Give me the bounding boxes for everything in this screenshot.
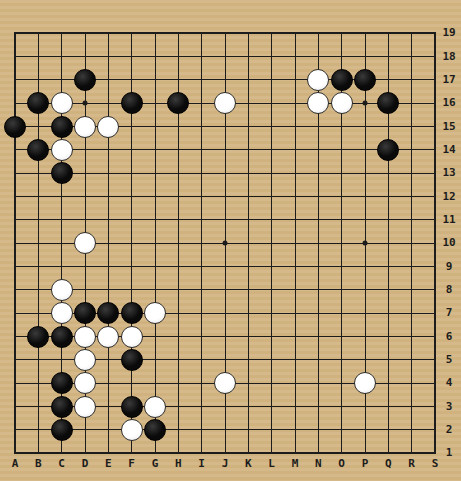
board-cell-O15[interactable] (330, 115, 353, 138)
board-cell-N7[interactable] (307, 302, 330, 325)
board-cell-Q17[interactable] (377, 68, 400, 91)
board-cell-G14[interactable] (143, 138, 166, 161)
board-cell-D8[interactable] (73, 278, 96, 301)
board-cell-J12[interactable] (213, 185, 236, 208)
board-cell-B19[interactable] (27, 22, 50, 45)
board-cell-L14[interactable] (260, 138, 283, 161)
board-cell-A3[interactable] (3, 395, 26, 418)
board-cell-D12[interactable] (73, 185, 96, 208)
board-cell-L16[interactable] (260, 92, 283, 115)
board-cell-G9[interactable] (143, 255, 166, 278)
board-cell-L17[interactable] (260, 68, 283, 91)
board-cell-O4[interactable] (330, 372, 353, 395)
board-cell-O17[interactable] (330, 68, 353, 91)
board-cell-F12[interactable] (120, 185, 143, 208)
board-cell-M17[interactable] (283, 68, 306, 91)
board-cell-Q14[interactable] (377, 138, 400, 161)
board-cell-E17[interactable] (97, 68, 120, 91)
board-cell-I15[interactable] (190, 115, 213, 138)
board-cell-O5[interactable] (330, 348, 353, 371)
board-cell-K11[interactable] (237, 208, 260, 231)
board-cell-A11[interactable] (3, 208, 26, 231)
board-cell-K8[interactable] (237, 278, 260, 301)
board-cell-L5[interactable] (260, 348, 283, 371)
board-cell-R4[interactable] (400, 372, 423, 395)
board-cell-B13[interactable] (27, 162, 50, 185)
board-cell-B5[interactable] (27, 348, 50, 371)
board-cell-A16[interactable] (3, 92, 26, 115)
board-cell-R6[interactable] (400, 325, 423, 348)
board-cell-F2[interactable] (120, 418, 143, 441)
board-cell-P10[interactable] (353, 232, 376, 255)
board-cell-B9[interactable] (27, 255, 50, 278)
board-cell-M16[interactable] (283, 92, 306, 115)
board-cell-O13[interactable] (330, 162, 353, 185)
board-cell-H6[interactable] (167, 325, 190, 348)
board-cell-P12[interactable] (353, 185, 376, 208)
board-cell-M19[interactable] (283, 22, 306, 45)
board-cell-J4[interactable] (213, 372, 236, 395)
board-cell-Q12[interactable] (377, 185, 400, 208)
board-cell-L10[interactable] (260, 232, 283, 255)
board-cell-E19[interactable] (97, 22, 120, 45)
board-cell-C9[interactable] (50, 255, 73, 278)
board-cell-N4[interactable] (307, 372, 330, 395)
board-cell-J13[interactable] (213, 162, 236, 185)
board-cell-O7[interactable] (330, 302, 353, 325)
board-cell-R14[interactable] (400, 138, 423, 161)
board-cell-E16[interactable] (97, 92, 120, 115)
board-cell-N5[interactable] (307, 348, 330, 371)
board-cell-G12[interactable] (143, 185, 166, 208)
board-cell-N19[interactable] (307, 22, 330, 45)
board-cell-Q6[interactable] (377, 325, 400, 348)
board-cell-D17[interactable] (73, 68, 96, 91)
board-cell-O6[interactable] (330, 325, 353, 348)
board-cell-M11[interactable] (283, 208, 306, 231)
board-cell-D2[interactable] (73, 418, 96, 441)
board-cell-K19[interactable] (237, 22, 260, 45)
board-cell-I6[interactable] (190, 325, 213, 348)
board-cell-Q15[interactable] (377, 115, 400, 138)
board-cell-Q3[interactable] (377, 395, 400, 418)
board-cell-C3[interactable] (50, 395, 73, 418)
board-cell-G2[interactable] (143, 418, 166, 441)
board-cell-J14[interactable] (213, 138, 236, 161)
board-cell-D9[interactable] (73, 255, 96, 278)
board-cell-R8[interactable] (400, 278, 423, 301)
board-cell-G6[interactable] (143, 325, 166, 348)
board-cell-M7[interactable] (283, 302, 306, 325)
board-cell-A10[interactable] (3, 232, 26, 255)
board-cell-M2[interactable] (283, 418, 306, 441)
board-cell-H4[interactable] (167, 372, 190, 395)
board-cell-G8[interactable] (143, 278, 166, 301)
board-cell-N2[interactable] (307, 418, 330, 441)
board-cell-M4[interactable] (283, 372, 306, 395)
board-cell-P13[interactable] (353, 162, 376, 185)
board-cell-G5[interactable] (143, 348, 166, 371)
board-cell-N12[interactable] (307, 185, 330, 208)
board-cell-N3[interactable] (307, 395, 330, 418)
board-cell-Q4[interactable] (377, 372, 400, 395)
board-cell-H11[interactable] (167, 208, 190, 231)
board-cell-R2[interactable] (400, 418, 423, 441)
board-cell-R12[interactable] (400, 185, 423, 208)
board-cell-Q16[interactable] (377, 92, 400, 115)
board-cell-D7[interactable] (73, 302, 96, 325)
board-cell-K4[interactable] (237, 372, 260, 395)
board-cell-I8[interactable] (190, 278, 213, 301)
board-cell-K16[interactable] (237, 92, 260, 115)
board-cell-C6[interactable] (50, 325, 73, 348)
board-cell-N10[interactable] (307, 232, 330, 255)
board-cell-O16[interactable] (330, 92, 353, 115)
board-cell-P15[interactable] (353, 115, 376, 138)
board-cell-D3[interactable] (73, 395, 96, 418)
board-cell-M14[interactable] (283, 138, 306, 161)
board-cell-A7[interactable] (3, 302, 26, 325)
board-cell-F11[interactable] (120, 208, 143, 231)
board-cell-C17[interactable] (50, 68, 73, 91)
board-cell-P4[interactable] (353, 372, 376, 395)
board-cell-K12[interactable] (237, 185, 260, 208)
board-cell-Q8[interactable] (377, 278, 400, 301)
board-cell-I12[interactable] (190, 185, 213, 208)
board-cell-K15[interactable] (237, 115, 260, 138)
board-cell-R11[interactable] (400, 208, 423, 231)
board-cell-L15[interactable] (260, 115, 283, 138)
board-cell-D15[interactable] (73, 115, 96, 138)
board-cell-R16[interactable] (400, 92, 423, 115)
board-cell-I9[interactable] (190, 255, 213, 278)
board-cell-B6[interactable] (27, 325, 50, 348)
board-cell-M12[interactable] (283, 185, 306, 208)
board-cell-E4[interactable] (97, 372, 120, 395)
board-cell-O11[interactable] (330, 208, 353, 231)
board-cell-A18[interactable] (3, 45, 26, 68)
board-cell-C13[interactable] (50, 162, 73, 185)
board-cell-G10[interactable] (143, 232, 166, 255)
board-cell-R3[interactable] (400, 395, 423, 418)
board-cell-R15[interactable] (400, 115, 423, 138)
board-cell-F10[interactable] (120, 232, 143, 255)
board-cell-L13[interactable] (260, 162, 283, 185)
board-cell-I14[interactable] (190, 138, 213, 161)
board-cell-L6[interactable] (260, 325, 283, 348)
board-cell-P18[interactable] (353, 45, 376, 68)
board-cell-B18[interactable] (27, 45, 50, 68)
board-cell-R18[interactable] (400, 45, 423, 68)
board-cell-J6[interactable] (213, 325, 236, 348)
board-cell-G7[interactable] (143, 302, 166, 325)
board-cell-R13[interactable] (400, 162, 423, 185)
board-cell-M5[interactable] (283, 348, 306, 371)
board-cell-O2[interactable] (330, 418, 353, 441)
board-cell-E2[interactable] (97, 418, 120, 441)
board-cell-J15[interactable] (213, 115, 236, 138)
board-cell-F15[interactable] (120, 115, 143, 138)
board-cell-F4[interactable] (120, 372, 143, 395)
board-cell-B17[interactable] (27, 68, 50, 91)
board-cell-P6[interactable] (353, 325, 376, 348)
board-cell-I5[interactable] (190, 348, 213, 371)
board-cell-A6[interactable] (3, 325, 26, 348)
board-cell-D18[interactable] (73, 45, 96, 68)
board-cell-M15[interactable] (283, 115, 306, 138)
board-cell-E13[interactable] (97, 162, 120, 185)
board-cell-L12[interactable] (260, 185, 283, 208)
board-cell-P2[interactable] (353, 418, 376, 441)
board-cell-D13[interactable] (73, 162, 96, 185)
board-cell-I10[interactable] (190, 232, 213, 255)
board-cell-B4[interactable] (27, 372, 50, 395)
board-cell-E15[interactable] (97, 115, 120, 138)
board-cell-G17[interactable] (143, 68, 166, 91)
board-cell-O9[interactable] (330, 255, 353, 278)
board-cell-N15[interactable] (307, 115, 330, 138)
board-cell-L9[interactable] (260, 255, 283, 278)
board-cell-M6[interactable] (283, 325, 306, 348)
board-cell-C12[interactable] (50, 185, 73, 208)
board-cell-I13[interactable] (190, 162, 213, 185)
board-cell-H2[interactable] (167, 418, 190, 441)
board-cell-E14[interactable] (97, 138, 120, 161)
board-cell-B16[interactable] (27, 92, 50, 115)
board-cell-Q11[interactable] (377, 208, 400, 231)
board-cell-I19[interactable] (190, 22, 213, 45)
board-cell-L19[interactable] (260, 22, 283, 45)
board-cell-M13[interactable] (283, 162, 306, 185)
board-cell-R10[interactable] (400, 232, 423, 255)
board-cell-G18[interactable] (143, 45, 166, 68)
board-cell-E11[interactable] (97, 208, 120, 231)
board-cell-N8[interactable] (307, 278, 330, 301)
board-cell-M9[interactable] (283, 255, 306, 278)
board-cell-I7[interactable] (190, 302, 213, 325)
board-cell-F18[interactable] (120, 45, 143, 68)
board-cell-A14[interactable] (3, 138, 26, 161)
board-cell-P7[interactable] (353, 302, 376, 325)
board-cell-D14[interactable] (73, 138, 96, 161)
board-cell-E18[interactable] (97, 45, 120, 68)
board-cell-O8[interactable] (330, 278, 353, 301)
board-cell-B12[interactable] (27, 185, 50, 208)
board-cell-G13[interactable] (143, 162, 166, 185)
board-cell-B3[interactable] (27, 395, 50, 418)
board-cell-N11[interactable] (307, 208, 330, 231)
board-cell-O18[interactable] (330, 45, 353, 68)
board-cell-H3[interactable] (167, 395, 190, 418)
board-cell-C5[interactable] (50, 348, 73, 371)
board-cell-I3[interactable] (190, 395, 213, 418)
board-cell-H19[interactable] (167, 22, 190, 45)
board-cell-Q9[interactable] (377, 255, 400, 278)
board-cell-K5[interactable] (237, 348, 260, 371)
board-cell-L3[interactable] (260, 395, 283, 418)
board-cell-J10[interactable] (213, 232, 236, 255)
board-cell-E3[interactable] (97, 395, 120, 418)
board-cell-H7[interactable] (167, 302, 190, 325)
board-cell-M3[interactable] (283, 395, 306, 418)
board-cell-Q10[interactable] (377, 232, 400, 255)
board-cell-P14[interactable] (353, 138, 376, 161)
board-cell-D10[interactable] (73, 232, 96, 255)
board-cell-E5[interactable] (97, 348, 120, 371)
board-cell-E8[interactable] (97, 278, 120, 301)
board-cell-B2[interactable] (27, 418, 50, 441)
board-cell-O14[interactable] (330, 138, 353, 161)
board-cell-P5[interactable] (353, 348, 376, 371)
board-cell-F13[interactable] (120, 162, 143, 185)
board-cell-H17[interactable] (167, 68, 190, 91)
board-cell-I18[interactable] (190, 45, 213, 68)
board-cell-H5[interactable] (167, 348, 190, 371)
board-cell-P11[interactable] (353, 208, 376, 231)
board-cell-D5[interactable] (73, 348, 96, 371)
board-cell-P17[interactable] (353, 68, 376, 91)
board-cell-A19[interactable] (3, 22, 26, 45)
board-cell-N17[interactable] (307, 68, 330, 91)
board-cell-H12[interactable] (167, 185, 190, 208)
board-cell-J5[interactable] (213, 348, 236, 371)
board-cell-B7[interactable] (27, 302, 50, 325)
board-cell-J19[interactable] (213, 22, 236, 45)
board-cell-D16[interactable] (73, 92, 96, 115)
board-cell-M18[interactable] (283, 45, 306, 68)
board-cell-L4[interactable] (260, 372, 283, 395)
board-cell-I16[interactable] (190, 92, 213, 115)
board-cell-J9[interactable] (213, 255, 236, 278)
board-cell-Q13[interactable] (377, 162, 400, 185)
board-cell-K10[interactable] (237, 232, 260, 255)
board-cell-O19[interactable] (330, 22, 353, 45)
board-cell-F16[interactable] (120, 92, 143, 115)
board-cell-F17[interactable] (120, 68, 143, 91)
board-cell-P3[interactable] (353, 395, 376, 418)
board-cell-A15[interactable] (3, 115, 26, 138)
board-cell-J16[interactable] (213, 92, 236, 115)
board-cell-O12[interactable] (330, 185, 353, 208)
board-cell-I2[interactable] (190, 418, 213, 441)
board-cell-F9[interactable] (120, 255, 143, 278)
board-cell-J8[interactable] (213, 278, 236, 301)
board-cell-C8[interactable] (50, 278, 73, 301)
board-cell-H16[interactable] (167, 92, 190, 115)
board-cell-C15[interactable] (50, 115, 73, 138)
board-cell-I17[interactable] (190, 68, 213, 91)
board-cell-K3[interactable] (237, 395, 260, 418)
board-cell-P8[interactable] (353, 278, 376, 301)
board-cell-K17[interactable] (237, 68, 260, 91)
board-cell-R9[interactable] (400, 255, 423, 278)
board-cell-A12[interactable] (3, 185, 26, 208)
board-cell-D11[interactable] (73, 208, 96, 231)
board-cell-F6[interactable] (120, 325, 143, 348)
board-cell-K7[interactable] (237, 302, 260, 325)
board-cell-N6[interactable] (307, 325, 330, 348)
board-cell-G15[interactable] (143, 115, 166, 138)
board-cell-J17[interactable] (213, 68, 236, 91)
board-cell-R7[interactable] (400, 302, 423, 325)
board-cell-H9[interactable] (167, 255, 190, 278)
board-cell-H15[interactable] (167, 115, 190, 138)
board-cell-D4[interactable] (73, 372, 96, 395)
board-cell-A8[interactable] (3, 278, 26, 301)
board-cell-G11[interactable] (143, 208, 166, 231)
board-cell-B14[interactable] (27, 138, 50, 161)
board-cell-G3[interactable] (143, 395, 166, 418)
board-cell-Q5[interactable] (377, 348, 400, 371)
board-cell-J3[interactable] (213, 395, 236, 418)
board-cell-F3[interactable] (120, 395, 143, 418)
board-cell-L18[interactable] (260, 45, 283, 68)
board-cell-K14[interactable] (237, 138, 260, 161)
board-cell-Q7[interactable] (377, 302, 400, 325)
board-cell-B11[interactable] (27, 208, 50, 231)
board-cell-A9[interactable] (3, 255, 26, 278)
board-cell-F7[interactable] (120, 302, 143, 325)
board-cell-B8[interactable] (27, 278, 50, 301)
board-cell-R19[interactable] (400, 22, 423, 45)
board-cell-J7[interactable] (213, 302, 236, 325)
board-cell-C7[interactable] (50, 302, 73, 325)
board-cell-B10[interactable] (27, 232, 50, 255)
board-cell-L11[interactable] (260, 208, 283, 231)
board-cell-C2[interactable] (50, 418, 73, 441)
board-cell-M8[interactable] (283, 278, 306, 301)
board-cell-O10[interactable] (330, 232, 353, 255)
board-cell-C10[interactable] (50, 232, 73, 255)
board-cell-N13[interactable] (307, 162, 330, 185)
board-cell-H8[interactable] (167, 278, 190, 301)
board-cell-A17[interactable] (3, 68, 26, 91)
board-cell-F14[interactable] (120, 138, 143, 161)
board-cell-H14[interactable] (167, 138, 190, 161)
board-cell-J18[interactable] (213, 45, 236, 68)
board-cell-E6[interactable] (97, 325, 120, 348)
board-cell-O3[interactable] (330, 395, 353, 418)
board-cell-H10[interactable] (167, 232, 190, 255)
board-cell-R17[interactable] (400, 68, 423, 91)
board-cell-F19[interactable] (120, 22, 143, 45)
board-cell-H13[interactable] (167, 162, 190, 185)
board-cell-L7[interactable] (260, 302, 283, 325)
board-cell-I11[interactable] (190, 208, 213, 231)
board-cell-G4[interactable] (143, 372, 166, 395)
board-cell-E12[interactable] (97, 185, 120, 208)
board-cell-J2[interactable] (213, 418, 236, 441)
board-cell-P19[interactable] (353, 22, 376, 45)
board-cell-C14[interactable] (50, 138, 73, 161)
board-cell-L2[interactable] (260, 418, 283, 441)
board-cell-N14[interactable] (307, 138, 330, 161)
board-cell-F8[interactable] (120, 278, 143, 301)
board-cell-A5[interactable] (3, 348, 26, 371)
board-cell-I4[interactable] (190, 372, 213, 395)
board-cell-E7[interactable] (97, 302, 120, 325)
board-cell-D6[interactable] (73, 325, 96, 348)
board-cell-R5[interactable] (400, 348, 423, 371)
board-cell-E9[interactable] (97, 255, 120, 278)
board-cell-C18[interactable] (50, 45, 73, 68)
board-cell-L8[interactable] (260, 278, 283, 301)
board-cell-C11[interactable] (50, 208, 73, 231)
board-cell-C16[interactable] (50, 92, 73, 115)
board-cell-A13[interactable] (3, 162, 26, 185)
board-cell-P16[interactable] (353, 92, 376, 115)
board-cell-M10[interactable] (283, 232, 306, 255)
